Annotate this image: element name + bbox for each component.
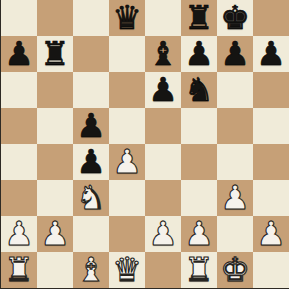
- square-c1[interactable]: ♝: [73, 252, 109, 288]
- piece-white-knight: ♞: [76, 180, 106, 216]
- square-f8[interactable]: ♜: [181, 0, 217, 36]
- square-h7[interactable]: ♟: [253, 36, 289, 72]
- square-e2[interactable]: ♟: [145, 216, 181, 252]
- square-a3[interactable]: [1, 180, 37, 216]
- piece-white-pawn: ♟: [40, 216, 70, 252]
- square-d5[interactable]: [109, 108, 145, 144]
- square-h2[interactable]: ♟: [253, 216, 289, 252]
- square-f1[interactable]: ♜: [181, 252, 217, 288]
- square-g3[interactable]: ♟: [217, 180, 253, 216]
- piece-black-king: ♚: [220, 0, 250, 36]
- square-h3[interactable]: [253, 180, 289, 216]
- square-g2[interactable]: [217, 216, 253, 252]
- square-c3[interactable]: ♞: [73, 180, 109, 216]
- square-f3[interactable]: [181, 180, 217, 216]
- square-f6[interactable]: ♞: [181, 72, 217, 108]
- square-c6[interactable]: [73, 72, 109, 108]
- square-d8[interactable]: ♛: [109, 0, 145, 36]
- piece-black-pawn: ♟: [4, 36, 34, 72]
- piece-white-rook: ♜: [184, 252, 214, 288]
- square-f4[interactable]: [181, 144, 217, 180]
- piece-black-pawn: ♟: [256, 36, 286, 72]
- square-a6[interactable]: [1, 72, 37, 108]
- square-d3[interactable]: [109, 180, 145, 216]
- square-g5[interactable]: [217, 108, 253, 144]
- piece-black-pawn: ♟: [220, 36, 250, 72]
- square-g7[interactable]: ♟: [217, 36, 253, 72]
- piece-white-pawn: ♟: [4, 216, 34, 252]
- square-d1[interactable]: ♛: [109, 252, 145, 288]
- square-e5[interactable]: [145, 108, 181, 144]
- piece-black-rook: ♜: [40, 36, 70, 72]
- piece-black-pawn: ♟: [148, 72, 178, 108]
- square-g6[interactable]: [217, 72, 253, 108]
- square-e1[interactable]: [145, 252, 181, 288]
- piece-white-king: ♚: [220, 252, 250, 288]
- piece-white-rook: ♜: [4, 252, 34, 288]
- square-f7[interactable]: ♟: [181, 36, 217, 72]
- square-f5[interactable]: [181, 108, 217, 144]
- square-a5[interactable]: [1, 108, 37, 144]
- square-g8[interactable]: ♚: [217, 0, 253, 36]
- square-h5[interactable]: [253, 108, 289, 144]
- square-d7[interactable]: [109, 36, 145, 72]
- square-b4[interactable]: [37, 144, 73, 180]
- square-a8[interactable]: [1, 0, 37, 36]
- square-e6[interactable]: ♟: [145, 72, 181, 108]
- piece-white-pawn: ♟: [220, 180, 250, 216]
- piece-black-pawn: ♟: [76, 144, 106, 180]
- square-a1[interactable]: ♜: [1, 252, 37, 288]
- piece-black-queen: ♛: [112, 0, 142, 36]
- piece-white-bishop: ♝: [76, 252, 106, 288]
- square-g1[interactable]: ♚: [217, 252, 253, 288]
- square-b5[interactable]: [37, 108, 73, 144]
- square-e3[interactable]: [145, 180, 181, 216]
- piece-white-pawn: ♟: [256, 216, 286, 252]
- square-f2[interactable]: ♟: [181, 216, 217, 252]
- square-g4[interactable]: [217, 144, 253, 180]
- square-c7[interactable]: [73, 36, 109, 72]
- square-e8[interactable]: [145, 0, 181, 36]
- piece-white-pawn: ♟: [112, 144, 142, 180]
- chess-board-container: ♛♜♚♟♜♝♟♟♟♟♞♟♟♟♞♟♟♟♟♟♟♜♝♛♜♚: [0, 0, 289, 289]
- square-e7[interactable]: ♝: [145, 36, 181, 72]
- piece-black-pawn: ♟: [184, 36, 214, 72]
- piece-black-knight: ♞: [184, 72, 214, 108]
- square-e4[interactable]: [145, 144, 181, 180]
- piece-white-pawn: ♟: [148, 216, 178, 252]
- square-a2[interactable]: ♟: [1, 216, 37, 252]
- square-b8[interactable]: [37, 0, 73, 36]
- square-h1[interactable]: [253, 252, 289, 288]
- square-b2[interactable]: ♟: [37, 216, 73, 252]
- square-c2[interactable]: [73, 216, 109, 252]
- square-c4[interactable]: ♟: [73, 144, 109, 180]
- square-b6[interactable]: [37, 72, 73, 108]
- square-b7[interactable]: ♜: [37, 36, 73, 72]
- square-a4[interactable]: [1, 144, 37, 180]
- square-h6[interactable]: [253, 72, 289, 108]
- square-c5[interactable]: ♟: [73, 108, 109, 144]
- piece-black-bishop: ♝: [148, 36, 178, 72]
- square-d2[interactable]: [109, 216, 145, 252]
- square-d6[interactable]: [109, 72, 145, 108]
- chess-board: ♛♜♚♟♜♝♟♟♟♟♞♟♟♟♞♟♟♟♟♟♟♜♝♛♜♚: [0, 0, 289, 289]
- piece-white-queen: ♛: [112, 252, 142, 288]
- square-b1[interactable]: [37, 252, 73, 288]
- square-d4[interactable]: ♟: [109, 144, 145, 180]
- square-c8[interactable]: [73, 0, 109, 36]
- square-h8[interactable]: [253, 0, 289, 36]
- square-b3[interactable]: [37, 180, 73, 216]
- piece-black-pawn: ♟: [76, 108, 106, 144]
- piece-black-rook: ♜: [184, 0, 214, 36]
- square-a7[interactable]: ♟: [1, 36, 37, 72]
- square-h4[interactable]: [253, 144, 289, 180]
- piece-white-pawn: ♟: [184, 216, 214, 252]
